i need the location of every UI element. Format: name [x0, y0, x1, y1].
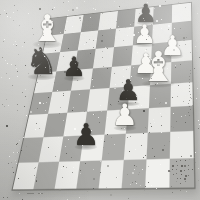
noise-dot [199, 57, 200, 58]
noise-dot [196, 98, 197, 99]
noise-dot [176, 181, 177, 182]
noise-dot [123, 69, 124, 70]
noise-dot [39, 8, 41, 10]
noise-dot [35, 167, 36, 168]
noise-dot [39, 102, 41, 104]
noise-dot [171, 126, 172, 127]
noise-dot [151, 24, 152, 25]
noise-dot [197, 13, 198, 14]
noise-dot [80, 170, 81, 171]
noise-dot [57, 90, 58, 91]
noise-dot [161, 28, 162, 29]
noise-dot [160, 164, 161, 165]
noise-dot [11, 162, 12, 163]
noise-dot [36, 180, 37, 181]
noise-dot [77, 80, 78, 81]
noise-dot [34, 175, 35, 176]
noise-dot [67, 15, 68, 16]
noise-dot [63, 120, 64, 121]
noise-dot [142, 35, 143, 36]
noise-dot [103, 66, 104, 67]
noise-dot [114, 88, 115, 89]
noise-dot [144, 190, 145, 191]
noise-dot [137, 52, 138, 53]
noise-dot [146, 128, 147, 129]
noise-dot [105, 47, 106, 48]
noise-dot [128, 67, 129, 68]
noise-dot [146, 39, 147, 40]
chessboard-photo: ♟♝♟♟♞♟♟♝♟♟♟ [0, 0, 200, 200]
noise-dot [22, 46, 23, 47]
noise-dot [45, 110, 46, 111]
noise-dot [117, 177, 118, 178]
noise-dot [138, 174, 139, 175]
noise-dot [13, 172, 14, 173]
noise-dot [110, 28, 111, 29]
noise-dot [110, 104, 111, 105]
noise-dot [146, 72, 147, 73]
noise-dot [138, 32, 139, 33]
noise-dot [66, 167, 67, 168]
noise-dot [159, 5, 161, 7]
noise-dot [80, 20, 81, 21]
noise-dot [151, 73, 152, 74]
noise-dot [147, 2, 148, 3]
noise-dot [136, 183, 137, 184]
noise-dot [101, 139, 102, 140]
noise-dot [179, 45, 180, 46]
noise-dot [130, 184, 131, 185]
noise-dot [151, 185, 152, 186]
noise-dot [54, 7, 55, 8]
noise-dot [191, 98, 192, 99]
noise-dot [145, 186, 146, 187]
noise-dot [74, 128, 76, 130]
noise-dot [169, 141, 170, 142]
noise-dot [91, 130, 92, 131]
noise-dot [28, 73, 29, 74]
noise-dot [6, 73, 7, 74]
noise-dot [24, 106, 25, 107]
noise-dot [136, 166, 137, 167]
noise-dot [13, 152, 14, 153]
noise-dot [87, 191, 88, 192]
noise-dot [22, 92, 23, 93]
noise-dot [88, 111, 89, 112]
noise-dot [17, 104, 18, 105]
noise-dot [89, 39, 90, 40]
noise-dot [127, 35, 128, 36]
noise-dot [95, 9, 96, 10]
noise-dot [8, 163, 9, 164]
noise-dot [72, 110, 73, 111]
noise-dot [4, 39, 5, 40]
noise-dot [185, 115, 186, 116]
noise-dot [180, 190, 181, 191]
noise-dot [135, 181, 136, 182]
noise-dot [55, 50, 56, 51]
noise-dot [25, 65, 26, 66]
noise-dot [152, 148, 153, 149]
noise-dot [145, 155, 146, 156]
noise-dot [171, 186, 172, 187]
noise-dot [114, 1, 115, 2]
noise-dot [194, 68, 195, 69]
noise-dot [79, 197, 80, 198]
noise-dot [4, 106, 5, 107]
noise-dot [164, 145, 165, 146]
noise-dot [39, 128, 40, 129]
noise-dot [144, 20, 145, 21]
noise-dot [16, 68, 17, 69]
noise-dot [40, 75, 41, 76]
noise-dot [132, 121, 133, 122]
noise-dot [67, 21, 68, 22]
noise-dot [92, 79, 93, 80]
noise-dot [18, 54, 19, 55]
noise-dot [62, 177, 63, 178]
noise-dot [153, 119, 154, 120]
noise-dot [162, 149, 164, 151]
noise-dot [115, 84, 116, 85]
noise-dot [111, 137, 112, 138]
noise-dot [156, 20, 158, 22]
noise-dot [16, 44, 17, 45]
noise-dot [93, 8, 94, 9]
noise-dot [13, 20, 14, 21]
noise-dot [7, 63, 8, 64]
noise-dot [36, 123, 37, 124]
noise-dot [174, 28, 175, 29]
noise-dot [3, 197, 4, 198]
noise-dot [198, 180, 199, 181]
noise-dot [6, 125, 8, 127]
noise-dot [119, 6, 120, 7]
noise-dot [80, 173, 81, 174]
noise-dot [63, 166, 64, 167]
noise-dot [143, 157, 144, 158]
noise-dot [126, 98, 127, 99]
noise-dot [123, 76, 124, 77]
noise-dot [37, 82, 38, 83]
noise-dot [130, 80, 131, 81]
noise-dot [6, 99, 7, 100]
noise-dot [155, 84, 156, 85]
noise-dot [156, 188, 157, 189]
noise-dot [155, 98, 156, 99]
noise-dot [93, 114, 94, 115]
noise-dot [15, 65, 16, 66]
noise-dot [59, 189, 61, 191]
noise-dot [100, 161, 101, 162]
noise-dot [122, 90, 123, 91]
noise-dot [185, 7, 186, 8]
noise-dot [127, 90, 128, 91]
noise-dot [102, 13, 103, 14]
noise-dot [138, 106, 139, 107]
noise-dot [48, 147, 49, 148]
noise-dot [148, 182, 149, 183]
noise-dot [177, 96, 178, 97]
noise-dot [67, 89, 68, 90]
noise-dot [161, 132, 162, 133]
noise-dot [198, 128, 199, 129]
noise-dot [161, 19, 162, 20]
noise-dot [153, 29, 154, 30]
noise-dot [116, 177, 117, 178]
noise-dot [123, 40, 124, 41]
noise-dot [168, 25, 170, 27]
noise-dot [129, 28, 130, 29]
noise-dot [25, 96, 26, 97]
noise-dot [14, 5, 15, 6]
noise-dot [28, 13, 29, 14]
noise-dot [73, 107, 74, 108]
noise-dot [93, 86, 94, 87]
noise-dot [26, 115, 27, 116]
noise-dot [19, 140, 20, 141]
noise-dot [178, 2, 179, 3]
noise-dot [197, 88, 198, 89]
noise-dot [161, 59, 162, 60]
noise-dot [52, 21, 53, 22]
noise-dot [59, 113, 60, 114]
noise-dot [139, 172, 140, 173]
noise-dot [114, 144, 115, 145]
noise-dot [115, 88, 116, 89]
noise-dot [58, 137, 59, 138]
noise-dot [139, 13, 140, 14]
noise-dot [16, 163, 17, 164]
noise-dot [132, 172, 134, 174]
noise-dot [167, 47, 168, 48]
noise-dot [199, 124, 200, 125]
noise-dot [161, 125, 162, 126]
noise-dot [193, 85, 194, 86]
noise-dot [154, 156, 155, 157]
noise-dot [195, 162, 196, 163]
noise-dot [121, 128, 122, 129]
noise-dot [130, 136, 131, 137]
noise-dot [100, 172, 101, 173]
noise-dot [127, 137, 128, 138]
noise-dot [195, 152, 196, 153]
noise-dot [72, 9, 74, 11]
noise-dot [143, 110, 145, 112]
noise-dot [180, 28, 181, 29]
noise-dot [67, 199, 68, 200]
noise-dot [160, 113, 161, 114]
noise-dot [61, 168, 62, 169]
noise-dot [130, 24, 131, 25]
noise-dot [148, 26, 149, 27]
noise-dot [110, 194, 112, 196]
noise-dot [173, 49, 175, 51]
noise-dot [45, 67, 46, 68]
noise-dot [118, 26, 119, 27]
noise-dot [148, 166, 149, 167]
noise-dot [15, 160, 16, 161]
noise-dot [50, 68, 51, 69]
noise-dot [114, 73, 115, 74]
noise-dot [43, 35, 44, 36]
noise-dot [18, 178, 19, 179]
noise-dot [154, 122, 155, 123]
noise-dot [151, 126, 152, 127]
noise-dot [21, 150, 22, 151]
noise-dot [30, 111, 32, 113]
noise-dot [77, 62, 79, 64]
noise-dot [102, 35, 103, 36]
noise-dot [33, 34, 34, 35]
noise-dot [124, 128, 125, 129]
noise-dot [17, 71, 18, 72]
noise-dot [32, 28, 33, 29]
noise-dot [76, 7, 78, 9]
noise-dot [40, 49, 41, 50]
noise-dot [107, 48, 108, 49]
noise-dot [126, 69, 127, 70]
noise-dot [90, 17, 91, 18]
noise-dot [9, 78, 10, 79]
noise-dot [2, 104, 3, 105]
noise-dot [161, 116, 162, 117]
noise-dot [85, 163, 86, 164]
noise-dot [119, 30, 120, 31]
noise-dot [183, 101, 184, 102]
noise-dot [111, 105, 112, 106]
noise-dot [150, 123, 151, 124]
noise-dot [65, 135, 66, 136]
noise-dot [13, 44, 14, 45]
noise-dot [48, 97, 49, 98]
noise-dot [185, 122, 186, 123]
noise-dot [17, 10, 18, 11]
noise-dot [178, 85, 179, 86]
noise-dot [178, 137, 179, 138]
noise-dot [12, 167, 13, 168]
noise-dot [65, 146, 66, 147]
noise-dot [95, 39, 96, 40]
noise-dot [35, 129, 36, 130]
noise-dot [11, 64, 12, 65]
noise-dot [170, 171, 171, 172]
noise-dot [128, 198, 129, 199]
noise-dot [34, 168, 35, 169]
noise-dot [72, 57, 73, 58]
noise-dot [154, 8, 155, 9]
noise-dot [185, 44, 186, 45]
noise-dot [68, 1, 69, 2]
noise-dot [102, 51, 103, 52]
noise-dot [13, 12, 14, 13]
noise-dot [118, 7, 119, 8]
film-grain-layer [0, 0, 200, 200]
noise-dot [12, 85, 13, 86]
noise-dot [141, 145, 142, 146]
noise-dot [3, 41, 4, 42]
noise-dot [40, 193, 41, 194]
noise-dot [145, 127, 146, 128]
noise-dot [170, 55, 171, 56]
noise-dot [8, 105, 9, 106]
noise-dot [24, 42, 25, 43]
noise-dot [134, 165, 135, 166]
noise-dot [17, 76, 18, 77]
noise-dot [185, 181, 186, 182]
noise-dot [66, 153, 67, 154]
noise-dot [142, 169, 143, 170]
noise-dot [18, 152, 19, 153]
noise-dot [192, 105, 193, 106]
noise-dot [52, 9, 53, 10]
noise-dot [107, 134, 108, 135]
noise-dot [55, 156, 56, 157]
noise-dot [172, 97, 173, 98]
noise-dot [122, 82, 123, 83]
noise-dot [135, 102, 136, 103]
noise-dot [72, 172, 73, 173]
noise-dot [190, 155, 192, 157]
noise-dot [175, 65, 176, 66]
noise-dot [149, 57, 150, 58]
noise-dot [107, 165, 109, 167]
noise-dot [160, 71, 161, 72]
noise-dot [190, 52, 191, 53]
noise-dot [72, 26, 73, 27]
noise-dot [63, 95, 64, 96]
noise-dot [93, 40, 94, 41]
noise-dot [159, 103, 160, 104]
noise-dot [173, 113, 174, 114]
noise-dot [17, 143, 18, 144]
noise-dot [77, 69, 78, 70]
noise-dot [19, 193, 20, 194]
noise-dot [63, 2, 64, 3]
noise-dot [186, 37, 187, 38]
noise-dot [81, 33, 82, 34]
noise-dot [93, 178, 95, 180]
noise-dot [103, 147, 104, 148]
noise-dot [2, 57, 3, 58]
noise-dot [133, 67, 134, 68]
noise-dot [106, 187, 107, 188]
noise-dot [4, 10, 5, 11]
noise-dot [93, 169, 94, 170]
noise-dot [129, 151, 130, 152]
noise-dot [145, 50, 146, 51]
noise-dot [194, 157, 195, 158]
noise-dot [116, 21, 117, 22]
noise-dot [37, 108, 38, 109]
noise-dot [7, 197, 8, 198]
noise-dot [180, 64, 181, 65]
noise-dot [142, 78, 143, 79]
noise-dot [133, 34, 135, 36]
noise-dot [79, 94, 80, 95]
noise-dot [60, 32, 61, 33]
noise-dot [157, 83, 158, 84]
noise-dot [167, 68, 168, 69]
noise-dot [141, 105, 142, 106]
noise-dot [143, 18, 144, 19]
noise-dot [93, 47, 94, 48]
noise-dot [183, 39, 185, 41]
noise-dot [63, 56, 64, 57]
noise-dot [26, 146, 27, 147]
noise-dot [101, 111, 102, 112]
noise-dot [17, 110, 18, 111]
